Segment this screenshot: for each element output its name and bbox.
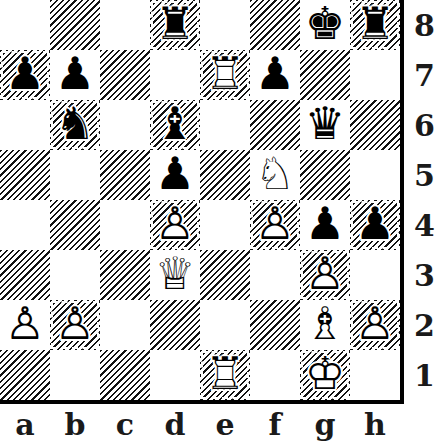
- file-label-f: f: [250, 404, 300, 445]
- file-label-a: a: [0, 404, 50, 445]
- square-d2: [150, 300, 200, 350]
- square-e7: ♜♖: [200, 50, 250, 100]
- square-h5: [350, 150, 400, 200]
- square-h3: [350, 250, 400, 300]
- square-b8: [50, 0, 100, 50]
- black-pawn-d5: ♟: [150, 150, 200, 200]
- square-c8: [100, 0, 150, 50]
- square-a1: [0, 350, 50, 400]
- square-g5: [300, 150, 350, 200]
- white-pawn-g3: ♟♙: [300, 250, 350, 300]
- square-c4: [100, 200, 150, 250]
- square-e6: [200, 100, 250, 150]
- file-label-e: e: [200, 404, 250, 445]
- square-g3: ♟♙: [300, 250, 350, 300]
- black-pawn-h4: ♟: [350, 200, 400, 250]
- rank-label-8: 8: [404, 0, 445, 50]
- square-c6: [100, 100, 150, 150]
- square-a4: [0, 200, 50, 250]
- square-c2: [100, 300, 150, 350]
- square-e8: [200, 0, 250, 50]
- square-h1: [350, 350, 400, 400]
- rank-label-1: 1: [404, 350, 445, 400]
- square-a3: [0, 250, 50, 300]
- square-e5: [200, 150, 250, 200]
- rank-label-5: 5: [404, 150, 445, 200]
- square-f1: [250, 350, 300, 400]
- square-a5: [0, 150, 50, 200]
- black-pawn-g4: ♟: [300, 200, 350, 250]
- square-a8: [0, 0, 50, 50]
- square-h4: ♟: [350, 200, 400, 250]
- square-d7: [150, 50, 200, 100]
- square-a2: ♟♙: [0, 300, 50, 350]
- rank-label-4: 4: [404, 200, 445, 250]
- square-d1: [150, 350, 200, 400]
- square-f8: [250, 0, 300, 50]
- square-d8: ♜: [150, 0, 200, 50]
- square-g4: ♟: [300, 200, 350, 250]
- square-a6: [0, 100, 50, 150]
- square-h6: [350, 100, 400, 150]
- white-rook-e1: ♜♖: [200, 350, 250, 400]
- square-d6: ♝: [150, 100, 200, 150]
- white-pawn-b2: ♟♙: [50, 300, 100, 350]
- white-pawn-f4: ♟♙: [250, 200, 300, 250]
- square-f4: ♟♙: [250, 200, 300, 250]
- black-pawn-f7: ♟: [250, 50, 300, 100]
- square-b1: [50, 350, 100, 400]
- square-c1: [100, 350, 150, 400]
- file-label-b: b: [50, 404, 100, 445]
- square-e2: [200, 300, 250, 350]
- rank-label-3: 3: [404, 250, 445, 300]
- rank-label-6: 6: [404, 100, 445, 150]
- black-rook-h8: ♜: [350, 0, 400, 50]
- file-label-h: h: [350, 404, 400, 445]
- square-f6: [250, 100, 300, 150]
- black-pawn-a7: ♟: [0, 50, 50, 100]
- square-c7: [100, 50, 150, 100]
- square-b3: [50, 250, 100, 300]
- rank-label-2: 2: [404, 300, 445, 350]
- white-queen-d3: ♛♕: [150, 250, 200, 300]
- rank-labels: 87654321: [404, 0, 445, 400]
- square-d3: ♛♕: [150, 250, 200, 300]
- black-rook-d8: ♜: [150, 0, 200, 50]
- square-f2: [250, 300, 300, 350]
- square-f7: ♟: [250, 50, 300, 100]
- white-king-g1: ♚♔: [300, 350, 350, 400]
- square-c5: [100, 150, 150, 200]
- square-b5: [50, 150, 100, 200]
- black-bishop-d6: ♝: [150, 100, 200, 150]
- square-g7: [300, 50, 350, 100]
- square-d4: ♟♙: [150, 200, 200, 250]
- square-b2: ♟♙: [50, 300, 100, 350]
- square-d5: ♟: [150, 150, 200, 200]
- square-f5: ♞♘: [250, 150, 300, 200]
- white-pawn-h2: ♟♙: [350, 300, 400, 350]
- white-bishop-g2: ♝♗: [300, 300, 350, 350]
- square-f3: [250, 250, 300, 300]
- black-queen-g6: ♛: [300, 100, 350, 150]
- square-h2: ♟♙: [350, 300, 400, 350]
- square-b4: [50, 200, 100, 250]
- square-e1: ♜♖: [200, 350, 250, 400]
- black-knight-b6: ♞: [50, 100, 100, 150]
- chess-board: ♜♚♜♟♟♜♖♟♞♝♛♟♞♘♟♙♟♙♟♟♛♕♟♙♟♙♟♙♝♗♟♙♜♖♚♔: [0, 0, 400, 400]
- square-g6: ♛: [300, 100, 350, 150]
- rank-label-7: 7: [404, 50, 445, 100]
- square-a7: ♟: [0, 50, 50, 100]
- square-b7: ♟: [50, 50, 100, 100]
- square-b6: ♞: [50, 100, 100, 150]
- file-label-g: g: [300, 404, 350, 445]
- square-c3: [100, 250, 150, 300]
- square-h8: ♜: [350, 0, 400, 50]
- file-label-c: c: [100, 404, 150, 445]
- square-e4: [200, 200, 250, 250]
- white-knight-f5: ♞♘: [250, 150, 300, 200]
- chess-diagram: ♜♚♜♟♟♜♖♟♞♝♛♟♞♘♟♙♟♙♟♟♛♕♟♙♟♙♟♙♝♗♟♙♜♖♚♔ 876…: [0, 0, 445, 445]
- square-g2: ♝♗: [300, 300, 350, 350]
- black-king-g8: ♚: [300, 0, 350, 50]
- file-labels: abcdefgh: [0, 404, 400, 445]
- square-e3: [200, 250, 250, 300]
- square-g8: ♚: [300, 0, 350, 50]
- white-pawn-d4: ♟♙: [150, 200, 200, 250]
- square-g1: ♚♔: [300, 350, 350, 400]
- white-pawn-a2: ♟♙: [0, 300, 50, 350]
- file-label-d: d: [150, 404, 200, 445]
- square-h7: [350, 50, 400, 100]
- black-pawn-b7: ♟: [50, 50, 100, 100]
- white-rook-e7: ♜♖: [200, 50, 250, 100]
